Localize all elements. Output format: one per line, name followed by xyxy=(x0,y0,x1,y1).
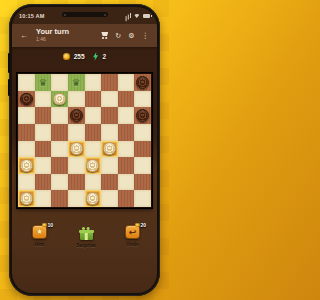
cell-d3[interactable] xyxy=(68,157,85,174)
status-icons xyxy=(126,13,151,18)
cell-a1[interactable] xyxy=(18,190,35,207)
cell-c4[interactable] xyxy=(51,141,68,158)
cell-e1[interactable] xyxy=(85,190,102,207)
volume-down-button xyxy=(8,79,11,96)
gift-icon xyxy=(79,225,94,240)
cell-g5[interactable] xyxy=(118,124,135,141)
cell-e4[interactable] xyxy=(85,141,102,158)
cell-g7[interactable] xyxy=(118,91,135,108)
light-piece[interactable] xyxy=(20,192,33,205)
light-piece[interactable] xyxy=(70,142,83,155)
cell-h1[interactable] xyxy=(134,190,151,207)
cell-a2[interactable] xyxy=(18,174,35,191)
cell-c6[interactable] xyxy=(51,107,68,124)
cell-a3[interactable] xyxy=(18,157,35,174)
clock-text: 10:15 AM xyxy=(19,13,45,19)
light-piece[interactable] xyxy=(86,159,99,172)
speaker-notch xyxy=(62,12,108,17)
cell-g2[interactable] xyxy=(118,174,135,191)
hint-button[interactable]: ★ 10 Hint xyxy=(32,225,47,248)
cell-d8[interactable]: ♛ xyxy=(68,74,85,91)
energy-balance: 2 xyxy=(103,53,107,60)
volume-up-button xyxy=(8,53,11,73)
cell-h8[interactable] xyxy=(134,74,151,91)
cell-c7[interactable] xyxy=(51,91,68,108)
cell-f5[interactable] xyxy=(101,124,118,141)
star-icon: ★ xyxy=(36,228,43,236)
cell-h4[interactable] xyxy=(134,141,151,158)
cell-d6[interactable] xyxy=(68,107,85,124)
checkers-board: ♛♛ xyxy=(18,74,151,207)
cell-b7[interactable] xyxy=(35,91,52,108)
cell-c1[interactable] xyxy=(51,190,68,207)
cell-e8[interactable] xyxy=(85,74,102,91)
cell-f7[interactable] xyxy=(101,91,118,108)
undo-label: Undo xyxy=(126,242,138,247)
cell-d2[interactable] xyxy=(68,174,85,191)
cell-e5[interactable] xyxy=(85,124,102,141)
cell-d4[interactable] xyxy=(68,141,85,158)
cell-b5[interactable] xyxy=(35,124,52,141)
surprise-label: Surprise xyxy=(76,243,95,248)
shop-cart-icon[interactable] xyxy=(101,32,108,39)
cell-b2[interactable] xyxy=(35,174,52,191)
dark-piece[interactable] xyxy=(136,109,149,122)
signal-icon xyxy=(130,13,132,18)
cell-g8[interactable] xyxy=(118,74,135,91)
cell-b8[interactable]: ♛ xyxy=(35,74,52,91)
footer-buttons: ★ 10 Hint Surprise ↩ xyxy=(12,225,157,248)
light-piece[interactable] xyxy=(53,93,66,106)
cell-a8[interactable] xyxy=(18,74,35,91)
dark-piece[interactable] xyxy=(70,109,83,122)
dark-piece[interactable] xyxy=(136,76,149,89)
cell-h5[interactable] xyxy=(134,124,151,141)
cell-c5[interactable] xyxy=(51,124,68,141)
title-block: Your turn 1:46 xyxy=(36,28,69,42)
cell-e3[interactable] xyxy=(85,157,102,174)
cell-c2[interactable] xyxy=(51,174,68,191)
status-bar: 10:15 AM xyxy=(12,7,157,24)
cell-f3[interactable] xyxy=(101,157,118,174)
coin-balance: 255 xyxy=(74,53,85,60)
cell-d1[interactable] xyxy=(68,190,85,207)
coin-icon xyxy=(63,53,70,60)
cell-c8[interactable] xyxy=(51,74,68,91)
hint-cost-badge: 10 xyxy=(42,222,53,228)
light-piece[interactable] xyxy=(20,159,33,172)
game-timer: 1:46 xyxy=(36,37,69,43)
cell-a5[interactable] xyxy=(18,124,35,141)
settings-gear-icon[interactable]: ⚙ xyxy=(128,32,134,39)
cell-b6[interactable] xyxy=(35,107,52,124)
energy-bolt-icon xyxy=(93,52,99,61)
cell-h2[interactable] xyxy=(134,174,151,191)
resource-bar: 255 2 xyxy=(12,47,157,64)
cell-f2[interactable] xyxy=(101,174,118,191)
cell-g4[interactable] xyxy=(118,141,135,158)
cell-a6[interactable] xyxy=(18,107,35,124)
board-frame: ♛♛ xyxy=(17,73,152,208)
cell-e7[interactable] xyxy=(85,91,102,108)
coin-icon xyxy=(42,223,47,228)
cell-f1[interactable] xyxy=(101,190,118,207)
cell-b1[interactable] xyxy=(35,190,52,207)
back-button[interactable]: ← xyxy=(20,32,28,40)
cell-h6[interactable] xyxy=(134,107,151,124)
cell-a4[interactable] xyxy=(18,141,35,158)
cell-f6[interactable] xyxy=(101,107,118,124)
cell-h3[interactable] xyxy=(134,157,151,174)
screen: 10:15 AM ← Your turn 1:46 ↻ ⚙ ⋮ xyxy=(12,7,157,293)
surprise-button[interactable]: Surprise xyxy=(76,225,95,248)
overflow-menu-icon[interactable]: ⋮ xyxy=(142,32,150,40)
cell-d5[interactable] xyxy=(68,124,85,141)
coin-icon xyxy=(135,223,140,228)
app-bar: ← Your turn 1:46 ↻ ⚙ ⋮ xyxy=(12,24,157,47)
cell-b4[interactable] xyxy=(35,141,52,158)
cell-g3[interactable] xyxy=(118,157,135,174)
cell-b3[interactable] xyxy=(35,157,52,174)
cell-g6[interactable] xyxy=(118,107,135,124)
phone-frame: 10:15 AM ← Your turn 1:46 ↻ ⚙ ⋮ xyxy=(9,4,160,296)
light-piece[interactable] xyxy=(86,192,99,205)
cell-e2[interactable] xyxy=(85,174,102,191)
battery-icon xyxy=(143,14,151,18)
undo-cost-badge: 20 xyxy=(135,222,146,228)
crown-promotion-icon: ♛ xyxy=(39,78,48,88)
dark-piece[interactable] xyxy=(20,93,33,106)
cell-a7[interactable] xyxy=(18,91,35,108)
cell-d7[interactable] xyxy=(68,91,85,108)
restart-icon[interactable]: ↻ xyxy=(115,32,121,39)
cell-h7[interactable] xyxy=(134,91,151,108)
cell-e6[interactable] xyxy=(85,107,102,124)
undo-button[interactable]: ↩ 20 Undo xyxy=(125,225,140,248)
wifi-icon xyxy=(134,14,141,18)
cell-f8[interactable] xyxy=(101,74,118,91)
app-background: { "status_bar": { "time": "10:15 AM", "i… xyxy=(0,0,169,300)
cell-c3[interactable] xyxy=(51,157,68,174)
cell-g1[interactable] xyxy=(118,190,135,207)
light-piece[interactable] xyxy=(103,142,116,155)
hint-label: Hint xyxy=(35,242,44,247)
crown-promotion-icon: ♛ xyxy=(72,78,81,88)
cell-f4[interactable] xyxy=(101,141,118,158)
